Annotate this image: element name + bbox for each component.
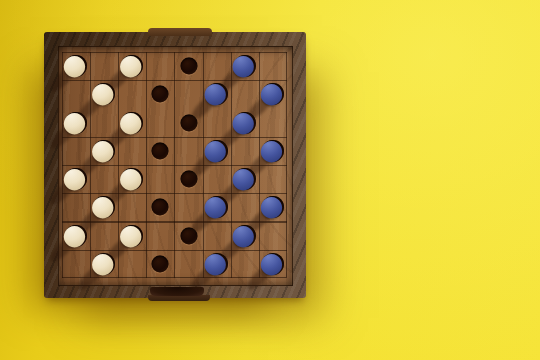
white-peg[interactable]: ● <box>89 79 117 107</box>
blue-peg[interactable]: ● <box>201 79 229 107</box>
square-r5c3: ● <box>118 165 146 193</box>
empty-hole[interactable] <box>180 58 197 75</box>
square-r1c1: ● <box>62 52 90 80</box>
blue-peg[interactable]: ● <box>229 220 257 248</box>
square-r1c3: ● <box>118 52 146 80</box>
white-peg[interactable]: ● <box>117 220 145 248</box>
blue-peg[interactable]: ● <box>201 192 229 220</box>
blue-peg[interactable]: ● <box>257 192 285 220</box>
square-r7c7: ● <box>231 222 259 250</box>
empty-hole[interactable] <box>152 255 169 272</box>
square-r4c4 <box>146 137 174 165</box>
blue-peg[interactable]: ● <box>229 164 257 192</box>
board-grid: ●●●●●●●●●●●●●●●●●●●●●●●● <box>62 52 287 278</box>
blue-peg[interactable]: ● <box>257 79 285 107</box>
square-r3c3: ● <box>118 109 146 137</box>
white-peg[interactable]: ● <box>61 51 89 79</box>
white-peg[interactable]: ● <box>117 107 145 135</box>
blue-peg[interactable]: ● <box>229 107 257 135</box>
square-r3c4 <box>146 109 174 137</box>
square-r3c1: ● <box>62 109 90 137</box>
square-r6c8: ● <box>259 193 287 221</box>
white-peg[interactable]: ● <box>89 192 117 220</box>
empty-hole[interactable] <box>152 199 169 216</box>
square-r4c2: ● <box>90 137 118 165</box>
square-r2c6: ● <box>203 80 231 108</box>
square-r8c6: ● <box>203 250 231 278</box>
yellow-tabletop-background: ●●●●●●●●●●●●●●●●●●●●●●●● <box>0 0 540 360</box>
square-r7c4 <box>146 222 174 250</box>
white-peg[interactable]: ● <box>61 164 89 192</box>
square-r2c4 <box>146 80 174 108</box>
blue-peg[interactable]: ● <box>201 248 229 276</box>
white-peg[interactable]: ● <box>117 51 145 79</box>
square-r3c7: ● <box>231 109 259 137</box>
square-r2c8: ● <box>259 80 287 108</box>
blue-peg[interactable]: ● <box>257 248 285 276</box>
white-peg[interactable]: ● <box>61 220 89 248</box>
square-r5c1: ● <box>62 165 90 193</box>
square-r6c4 <box>146 193 174 221</box>
white-peg[interactable]: ● <box>89 135 117 163</box>
board-panel: ●●●●●●●●●●●●●●●●●●●●●●●● <box>58 46 293 286</box>
square-r6c2: ● <box>90 193 118 221</box>
square-r7c1: ● <box>62 222 90 250</box>
square-r1c5 <box>175 52 203 80</box>
blue-peg[interactable]: ● <box>229 51 257 79</box>
square-r5c7: ● <box>231 165 259 193</box>
square-r6c6: ● <box>203 193 231 221</box>
square-r4c6: ● <box>203 137 231 165</box>
white-peg[interactable]: ● <box>117 164 145 192</box>
white-peg[interactable]: ● <box>89 248 117 276</box>
square-r8c8: ● <box>259 250 287 278</box>
square-r5c4 <box>146 165 174 193</box>
wooden-game-box: ●●●●●●●●●●●●●●●●●●●●●●●● <box>44 32 306 298</box>
square-r8c2: ● <box>90 250 118 278</box>
blue-peg[interactable]: ● <box>257 135 285 163</box>
square-r7c3: ● <box>118 222 146 250</box>
blue-peg[interactable]: ● <box>201 135 229 163</box>
square-r8c4 <box>146 250 174 278</box>
square-r1c7: ● <box>231 52 259 80</box>
empty-hole[interactable] <box>152 86 169 103</box>
square-r2c2: ● <box>90 80 118 108</box>
white-peg[interactable]: ● <box>61 107 89 135</box>
square-r4c8: ● <box>259 137 287 165</box>
sliding-lid-tab-top <box>148 28 212 36</box>
square-r1c4 <box>146 52 174 80</box>
empty-hole[interactable] <box>152 142 169 159</box>
